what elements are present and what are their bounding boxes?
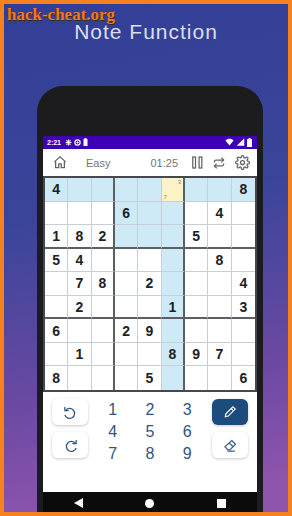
cell-r1c7[interactable] [185, 178, 208, 202]
undo-button[interactable] [52, 399, 88, 425]
cell-r2c3[interactable] [92, 202, 115, 226]
numpad-8[interactable]: 8 [146, 445, 155, 463]
numpad-4[interactable]: 4 [108, 423, 117, 441]
status-time: 2:21 [47, 139, 61, 146]
cell-r9c4[interactable] [115, 366, 138, 390]
cell-r3c1[interactable]: 1 [45, 225, 68, 249]
settings-gear-icon[interactable] [235, 155, 250, 170]
cell-r4c4[interactable] [115, 249, 138, 273]
cell-r6c1[interactable] [45, 296, 68, 320]
cell-r9c1[interactable]: 8 [45, 366, 68, 390]
sudoku-grid: 437864182554878242136291897856 [43, 176, 257, 392]
cell-r1c9[interactable]: 8 [232, 178, 255, 202]
numpad-1[interactable]: 1 [108, 401, 117, 419]
cell-r7c2[interactable] [68, 319, 91, 343]
redo-button[interactable] [52, 432, 88, 458]
nav-home-icon[interactable] [145, 499, 154, 508]
cell-r5c3[interactable]: 8 [92, 272, 115, 296]
cell-r7c3[interactable] [92, 319, 115, 343]
page-background: hack-cheat.org Note Function 2:21 [0, 0, 292, 516]
cell-r2c5[interactable] [138, 202, 161, 226]
cell-r8c8[interactable]: 7 [208, 343, 231, 367]
gear-icon [65, 139, 72, 147]
cell-r3c8[interactable] [208, 225, 231, 249]
cell-r4c5[interactable] [138, 249, 161, 273]
cell-r3c7[interactable]: 5 [185, 225, 208, 249]
cell-r4c1[interactable]: 5 [45, 249, 68, 273]
cell-r8c9[interactable] [232, 343, 255, 367]
phone-frame: 2:21 [37, 86, 263, 516]
difficulty-label: Easy [86, 157, 110, 169]
cell-r6c9[interactable]: 3 [232, 296, 255, 320]
numpad-6[interactable]: 6 [183, 423, 192, 441]
cell-r4c7[interactable] [185, 249, 208, 273]
cell-r9c7[interactable] [185, 366, 208, 390]
wifi-icon [225, 138, 234, 147]
number-pad: 123456789 [94, 399, 206, 465]
cell-r1c5[interactable] [138, 178, 161, 202]
cell-r1c4[interactable] [115, 178, 138, 202]
cell-r8c1[interactable] [45, 343, 68, 367]
numpad-7[interactable]: 7 [108, 445, 117, 463]
data-saver-icon [74, 139, 81, 147]
cell-r3c6[interactable] [162, 225, 185, 249]
signal-icon [236, 138, 245, 147]
cell-r4c3[interactable] [92, 249, 115, 273]
cell-r8c7[interactable]: 9 [185, 343, 208, 367]
cell-r1c2[interactable] [68, 178, 91, 202]
cell-r5c1[interactable] [45, 272, 68, 296]
cell-r7c6[interactable] [162, 319, 185, 343]
cell-r9c8[interactable] [208, 366, 231, 390]
cell-r4c8[interactable]: 8 [208, 249, 231, 273]
android-nav-bar [43, 492, 257, 514]
cell-r3c2[interactable]: 8 [68, 225, 91, 249]
cell-r9c2[interactable] [68, 366, 91, 390]
cell-r2c8[interactable]: 4 [208, 202, 231, 226]
restart-icon[interactable] [211, 156, 227, 170]
eraser-button[interactable] [212, 432, 248, 458]
cell-r3c3[interactable]: 2 [92, 225, 115, 249]
cell-r2c4[interactable]: 6 [115, 202, 138, 226]
cell-r9c5[interactable]: 5 [138, 366, 161, 390]
cell-r6c8[interactable] [208, 296, 231, 320]
cell-r5c9[interactable]: 4 [232, 272, 255, 296]
app-toolbar: Easy 01:25 [43, 149, 257, 176]
cell-r2c1[interactable] [45, 202, 68, 226]
timer-label: 01:25 [150, 157, 178, 169]
cell-r5c7[interactable] [185, 272, 208, 296]
cell-r6c5[interactable] [138, 296, 161, 320]
phone-screen: 2:21 [43, 136, 257, 514]
cell-r4c9[interactable] [232, 249, 255, 273]
cell-r9c9[interactable]: 6 [232, 366, 255, 390]
cell-r7c1[interactable]: 6 [45, 319, 68, 343]
cell-r9c3[interactable] [92, 366, 115, 390]
battery-small-icon [83, 138, 88, 147]
pencil-button[interactable] [212, 399, 248, 425]
cell-r6c6[interactable]: 1 [162, 296, 185, 320]
pause-button[interactable] [192, 156, 203, 169]
controls-area: 123456789 [43, 392, 257, 465]
cell-r3c4[interactable] [115, 225, 138, 249]
cell-r2c2[interactable] [68, 202, 91, 226]
nav-back-icon[interactable] [74, 498, 83, 508]
numpad-3[interactable]: 3 [183, 401, 192, 419]
cell-r5c8[interactable] [208, 272, 231, 296]
cell-r8c5[interactable] [138, 343, 161, 367]
cell-r8c6[interactable]: 8 [162, 343, 185, 367]
status-bar: 2:21 [43, 136, 257, 149]
cell-r4c2[interactable]: 4 [68, 249, 91, 273]
cell-r8c2[interactable]: 1 [68, 343, 91, 367]
numpad-2[interactable]: 2 [146, 401, 155, 419]
battery-icon [247, 138, 252, 148]
cell-r2c9[interactable] [232, 202, 255, 226]
cell-r1c6[interactable]: 37 [162, 178, 185, 202]
cell-r8c3[interactable] [92, 343, 115, 367]
cell-r1c1[interactable]: 4 [45, 178, 68, 202]
cell-r5c4[interactable] [115, 272, 138, 296]
watermark: hack-cheat.org [7, 5, 115, 25]
cell-r5c5[interactable]: 2 [138, 272, 161, 296]
cell-r6c4[interactable] [115, 296, 138, 320]
cell-r8c4[interactable] [115, 343, 138, 367]
cell-r7c5[interactable]: 9 [138, 319, 161, 343]
pencil-notes: 37 [162, 178, 183, 201]
cell-r6c3[interactable] [92, 296, 115, 320]
cell-r4c6[interactable] [162, 249, 185, 273]
cell-r3c5[interactable] [138, 225, 161, 249]
cell-r9c6[interactable] [162, 366, 185, 390]
cell-r7c9[interactable] [232, 319, 255, 343]
cell-r1c8[interactable] [208, 178, 231, 202]
cell-r7c8[interactable] [208, 319, 231, 343]
cell-r6c7[interactable] [185, 296, 208, 320]
home-button[interactable] [52, 155, 68, 170]
cell-r3c9[interactable] [232, 225, 255, 249]
cell-r6c2[interactable]: 2 [68, 296, 91, 320]
cell-r5c2[interactable]: 7 [68, 272, 91, 296]
cell-r7c4[interactable]: 2 [115, 319, 138, 343]
cell-r5c6[interactable] [162, 272, 185, 296]
cell-r1c3[interactable] [92, 178, 115, 202]
cell-r2c7[interactable] [185, 202, 208, 226]
numpad-9[interactable]: 9 [183, 445, 192, 463]
cell-r2c6[interactable] [162, 202, 185, 226]
numpad-5[interactable]: 5 [146, 423, 155, 441]
cell-r7c7[interactable] [185, 319, 208, 343]
nav-recents-icon[interactable] [217, 499, 226, 508]
